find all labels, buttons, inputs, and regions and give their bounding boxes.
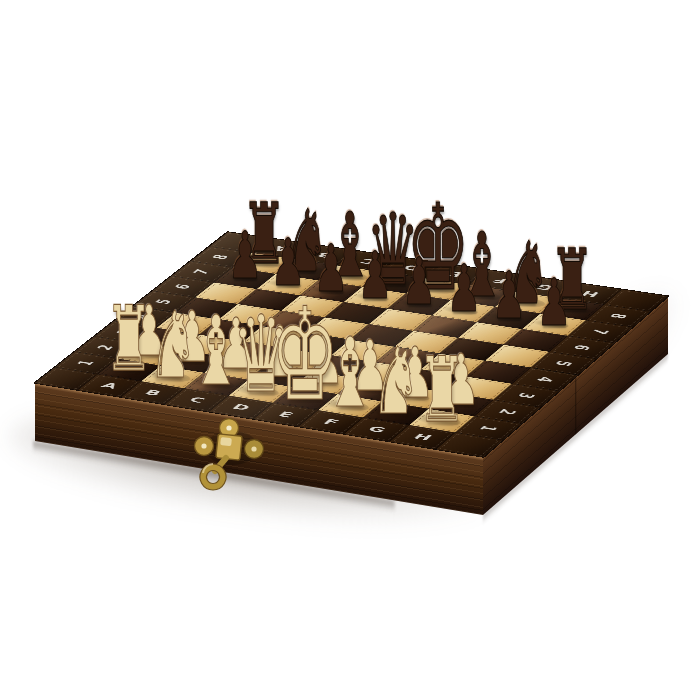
coordinate-label: 6 xyxy=(570,344,593,351)
coordinate-label: 3 xyxy=(514,392,537,399)
coordinate-label: 7 xyxy=(191,269,213,276)
coordinate-label: 5 xyxy=(552,360,575,367)
piece-black-pawn-h7[interactable]: ♟ xyxy=(537,270,572,335)
coordinate-label: 8 xyxy=(607,312,630,319)
coordinate-label: 1 xyxy=(477,425,501,432)
coordinate-label: 6 xyxy=(172,283,194,290)
piece-white-rook-a1[interactable]: ♜ xyxy=(105,294,153,384)
piece-black-pawn-a7[interactable]: ♟ xyxy=(227,224,262,289)
coordinate-label: 2 xyxy=(496,408,519,415)
piece-white-bishop-f1[interactable]: ♝ xyxy=(325,325,377,421)
fold-seam xyxy=(576,376,577,435)
piece-black-pawn-e7[interactable]: ♟ xyxy=(402,250,437,315)
piece-black-pawn-d7[interactable]: ♟ xyxy=(357,243,392,308)
product-photo-scene: ABCDEFGH8877665544332211ABCDEFGH ♜♞♝♛♚♝♞… xyxy=(0,0,700,700)
piece-white-knight-g1[interactable]: ♞ xyxy=(371,336,420,428)
coordinate-label: 4 xyxy=(533,376,556,383)
coordinate-label: 1 xyxy=(75,360,97,367)
piece-black-pawn-f7[interactable]: ♟ xyxy=(446,256,481,321)
piece-black-pawn-g7[interactable]: ♟ xyxy=(491,263,526,328)
piece-white-rook-h1[interactable]: ♜ xyxy=(418,345,466,435)
brass-clasp-icon xyxy=(186,418,270,496)
